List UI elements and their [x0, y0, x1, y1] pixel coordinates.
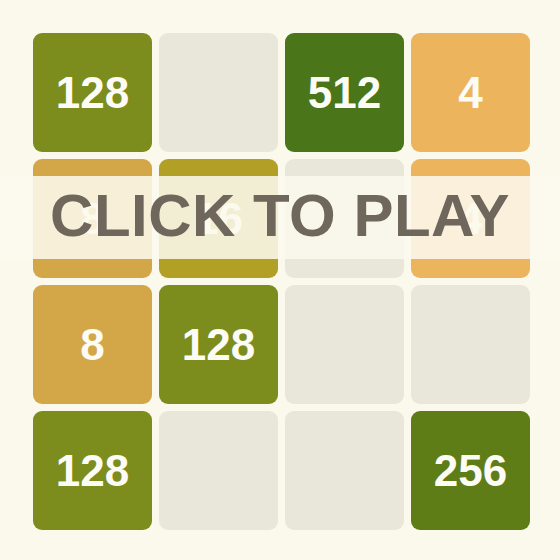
- click-to-play-label: CLICK TO PLAY: [50, 181, 510, 250]
- tile-256-r4c4: 256: [411, 411, 530, 530]
- board-grid[interactable]: 128512481648128128256: [33, 33, 530, 530]
- empty-cell-r3c3: [285, 285, 404, 404]
- empty-cell-r3c4: [411, 285, 530, 404]
- tile-8-r3c1: 8: [33, 285, 152, 404]
- click-to-play-overlay[interactable]: CLICK TO PLAY: [0, 176, 560, 259]
- tile-128-r1c1: 128: [33, 33, 152, 152]
- tile-512-r1c3: 512: [285, 33, 404, 152]
- tile-128-r3c2: 128: [159, 285, 278, 404]
- tile-128-r4c1: 128: [33, 411, 152, 530]
- empty-cell-r1c2: [159, 33, 278, 152]
- empty-cell-r4c2: [159, 411, 278, 530]
- tile-4-r1c4: 4: [411, 33, 530, 152]
- empty-cell-r4c3: [285, 411, 404, 530]
- game-2048-screen: 128512481648128128256 CLICK TO PLAY: [0, 0, 560, 560]
